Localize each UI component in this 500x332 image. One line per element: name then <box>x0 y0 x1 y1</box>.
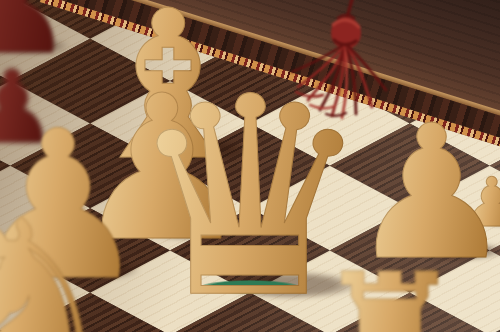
piece-layer: ♟♟♟♟♝♟♟♟♛♜♟♞ <box>0 0 500 332</box>
board-square-h4: ♜ <box>330 293 490 332</box>
chess-set-photo: ♟♟♟♟♝♟♟♟♛♜♟♞ <box>0 0 500 332</box>
piece-white-rook: ♜ <box>314 251 466 332</box>
